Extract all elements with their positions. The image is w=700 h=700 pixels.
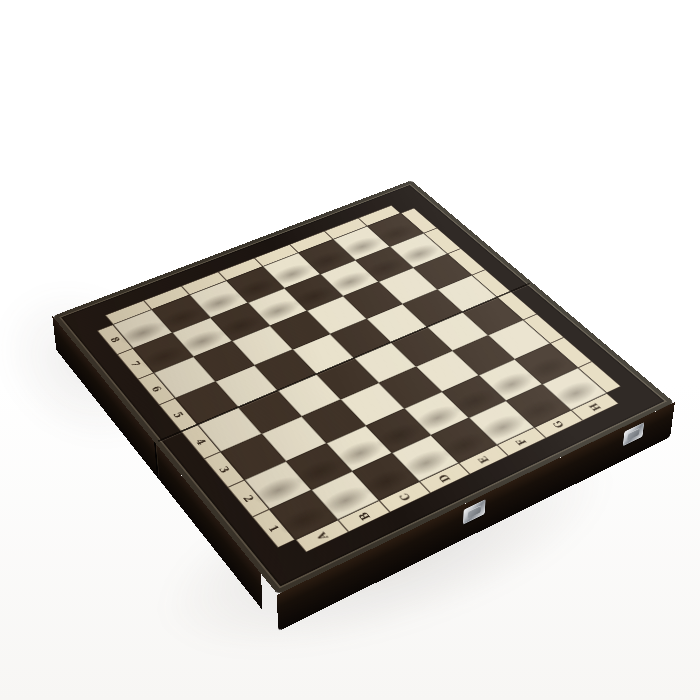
square-a7: ♟ xyxy=(133,333,193,373)
file-label-text: D xyxy=(437,473,452,483)
rank-label-text: 4 xyxy=(194,437,208,446)
board-surface: ABCDEFGH87654321♜♞♝♛♚♝♞♜♟♟♟♟♟♟♟♟♟♟♟♟♟♟♟♟… xyxy=(53,180,675,594)
chess-board: ABCDEFGH87654321♜♞♝♛♚♝♞♜♟♟♟♟♟♟♟♟♟♟♟♟♟♟♟♟… xyxy=(53,180,675,594)
piece-glyph: ♟ xyxy=(137,287,197,362)
rank-label-text: 6 xyxy=(150,385,163,393)
scene: ABCDEFGH87654321♜♞♝♛♚♝♞♜♟♟♟♟♟♟♟♟♟♟♟♟♟♟♟♟… xyxy=(0,0,700,700)
product-photo: ABCDEFGH87654321♜♞♝♛♚♝♞♜♟♟♟♟♟♟♟♟♟♟♟♟♟♟♟♟… xyxy=(0,0,700,700)
metal-clasp-2 xyxy=(622,422,644,446)
file-label-text: H xyxy=(587,402,602,412)
piece-glyph: ♜ xyxy=(267,423,350,527)
file-label-text: C xyxy=(397,492,412,502)
rank-label-text: 3 xyxy=(217,465,231,474)
rank-label-text: 5 xyxy=(171,410,185,419)
file-label-text: B xyxy=(356,511,371,522)
file-label-text: G xyxy=(551,419,566,429)
coordinate-border: ABCDEFGH87654321♜♞♝♛♚♝♞♜♟♟♟♟♟♟♟♟♟♟♟♟♟♟♟♟… xyxy=(89,200,633,561)
metal-clasp-1 xyxy=(463,499,486,525)
file-label-text: A xyxy=(315,531,330,542)
